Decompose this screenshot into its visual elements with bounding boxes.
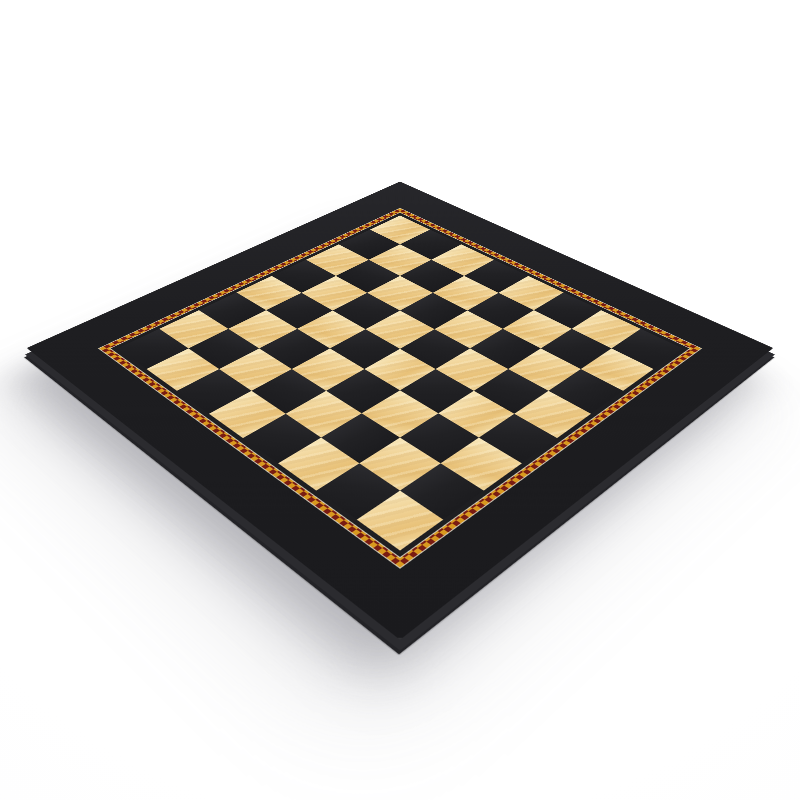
board-perspective-wrapper	[136, 84, 664, 612]
chess-board	[27, 182, 774, 640]
product-photo-background	[0, 0, 800, 800]
playing-field	[118, 216, 683, 551]
